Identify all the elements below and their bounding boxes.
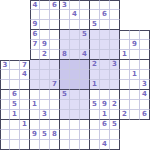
cell-r3c11[interactable] <box>110 30 120 40</box>
cell-r9c2[interactable] <box>20 90 30 100</box>
cell-r4c14[interactable] <box>140 40 150 50</box>
given-digit-r10c9[interactable]: 5 <box>90 100 100 110</box>
cell-r2c14 <box>140 20 150 30</box>
given-digit-r5c12[interactable]: 1 <box>120 50 130 60</box>
cell-r1c1 <box>10 10 20 20</box>
cell-r1c3[interactable] <box>30 10 40 20</box>
cell-r4c12[interactable] <box>120 40 130 50</box>
cell-r6c12[interactable] <box>120 60 130 70</box>
cell-r2c2 <box>20 20 30 30</box>
cell-r12c12 <box>120 120 130 130</box>
cell-r14c0[interactable] <box>0 140 10 150</box>
given-digit-r10c10[interactable]: 9 <box>100 100 110 110</box>
cell-r2c1 <box>10 20 20 30</box>
cell-r14c14 <box>140 140 150 150</box>
cell-r0c10[interactable] <box>100 0 110 10</box>
cell-r13c1[interactable] <box>10 130 20 140</box>
cell-r9c3[interactable] <box>30 90 40 100</box>
cell-r14c13 <box>130 140 140 150</box>
given-digit-r5c4[interactable]: 2 <box>40 50 50 60</box>
cell-r14c12 <box>120 140 130 150</box>
cell-r12c14 <box>140 120 150 130</box>
cell-r2c8[interactable] <box>80 20 90 30</box>
cell-r2c13 <box>130 20 140 30</box>
given-digit-r6c11[interactable]: 3 <box>110 60 120 70</box>
cell-r12c7[interactable] <box>70 120 80 130</box>
cell-r12c1[interactable] <box>10 120 20 130</box>
cell-r10c13[interactable] <box>130 100 140 110</box>
cell-r12c13 <box>130 120 140 130</box>
cell-r11c11[interactable] <box>110 110 120 120</box>
cell-r8c6[interactable] <box>60 80 70 90</box>
cell-r2c7[interactable] <box>70 20 80 30</box>
cell-r5c9[interactable] <box>90 50 100 60</box>
cell-r8c10[interactable] <box>100 80 110 90</box>
cell-r9c11[interactable] <box>110 90 120 100</box>
given-digit-r6c2[interactable]: 7 <box>20 60 30 70</box>
sudoku-puzzle-image: 4634695657992841372341713654515921312616… <box>0 0 150 150</box>
cell-r9c7[interactable] <box>70 90 80 100</box>
cell-r6c1[interactable] <box>10 60 20 70</box>
cell-r10c14[interactable] <box>140 100 150 110</box>
cell-r2c4[interactable] <box>40 20 50 30</box>
cell-r7c11[interactable] <box>110 70 120 80</box>
cell-r0c2 <box>20 0 30 10</box>
given-digit-r3c3[interactable]: 6 <box>30 30 40 40</box>
cell-r8c7[interactable] <box>70 80 80 90</box>
cell-r13c14 <box>140 130 150 140</box>
cell-r12c4[interactable] <box>40 120 50 130</box>
given-digit-r6c0[interactable]: 3 <box>0 60 10 70</box>
cell-r11c7[interactable] <box>70 110 80 120</box>
cell-r1c0 <box>0 10 10 20</box>
cell-r8c4[interactable] <box>40 80 50 90</box>
cell-r1c12 <box>120 10 130 20</box>
cell-r8c11[interactable] <box>110 80 120 90</box>
given-digit-r6c9[interactable]: 2 <box>90 60 100 70</box>
given-digit-r4c13[interactable]: 9 <box>130 40 140 50</box>
cell-r8c1[interactable] <box>10 80 20 90</box>
cell-r9c8[interactable] <box>80 90 90 100</box>
cell-r13c7[interactable] <box>70 130 80 140</box>
cell-r4c2 <box>20 40 30 50</box>
given-digit-r10c1[interactable]: 5 <box>10 100 20 110</box>
given-digit-r2c3[interactable]: 9 <box>30 20 40 30</box>
cell-r14c5[interactable] <box>50 140 60 150</box>
cell-r6c13[interactable] <box>130 60 140 70</box>
cell-r5c0 <box>0 50 10 60</box>
cell-r3c13[interactable] <box>130 30 140 40</box>
given-digit-r12c2[interactable]: 1 <box>20 120 30 130</box>
cell-r9c12[interactable] <box>120 90 130 100</box>
cell-r14c3[interactable] <box>30 140 40 150</box>
cell-r7c0[interactable] <box>0 70 10 80</box>
cell-r3c14[interactable] <box>140 30 150 40</box>
cell-r9c5[interactable] <box>50 90 60 100</box>
cell-r7c14[interactable] <box>140 70 150 80</box>
cell-r5c2 <box>20 50 30 60</box>
cell-r14c2[interactable] <box>20 140 30 150</box>
cell-r3c9[interactable] <box>90 30 100 40</box>
cell-r4c10[interactable] <box>100 40 110 50</box>
cell-r13c8[interactable] <box>80 130 90 140</box>
cell-r11c2[interactable] <box>20 110 30 120</box>
cell-r10c5[interactable] <box>50 100 60 110</box>
cell-r9c13[interactable] <box>130 90 140 100</box>
given-digit-r5c6[interactable]: 8 <box>60 50 70 60</box>
cell-r4c8[interactable] <box>80 40 90 50</box>
cell-r2c0 <box>0 20 10 30</box>
given-digit-r8c14[interactable]: 3 <box>140 80 150 90</box>
given-digit-r11c10[interactable]: 1 <box>100 110 110 120</box>
cell-r10c6[interactable] <box>60 100 70 110</box>
cell-r8c3[interactable] <box>30 80 40 90</box>
given-digit-r11c4[interactable]: 3 <box>40 110 50 120</box>
given-digit-r13c4[interactable]: 5 <box>40 130 50 140</box>
given-digit-r9c14[interactable]: 4 <box>140 90 150 100</box>
cell-r14c6[interactable] <box>60 140 70 150</box>
cell-r5c11[interactable] <box>110 50 120 60</box>
cell-r6c8[interactable] <box>80 60 90 70</box>
cell-r3c10[interactable] <box>100 30 110 40</box>
given-digit-r9c1[interactable]: 6 <box>10 90 20 100</box>
cell-r1c14 <box>140 10 150 20</box>
cell-r11c9[interactable] <box>90 110 100 120</box>
cell-r14c8[interactable] <box>80 140 90 150</box>
cell-r4c9[interactable] <box>90 40 100 50</box>
cell-r8c12[interactable] <box>120 80 130 90</box>
cell-r2c11[interactable] <box>110 20 120 30</box>
given-digit-r13c3[interactable]: 9 <box>30 130 40 140</box>
cell-r9c9[interactable] <box>90 90 100 100</box>
cell-r0c12 <box>120 0 130 10</box>
cell-r5c3[interactable] <box>30 50 40 60</box>
cell-r5c13[interactable] <box>130 50 140 60</box>
cell-r6c5[interactable] <box>50 60 60 70</box>
cell-r8c13[interactable] <box>130 80 140 90</box>
cell-r11c6[interactable] <box>60 110 70 120</box>
cell-r11c13[interactable] <box>130 110 140 120</box>
given-digit-r11c1[interactable]: 1 <box>10 110 20 120</box>
cell-r0c0 <box>0 0 10 10</box>
cell-r13c12 <box>120 130 130 140</box>
cell-r4c5[interactable] <box>50 40 60 50</box>
cell-r11c0[interactable] <box>0 110 10 120</box>
given-digit-r1c7[interactable]: 4 <box>70 10 80 20</box>
cell-r12c6[interactable] <box>60 120 70 130</box>
cell-r11c3[interactable] <box>30 110 40 120</box>
cell-r7c12[interactable] <box>120 70 130 80</box>
given-digit-r7c2[interactable]: 4 <box>20 70 30 80</box>
cell-r3c5[interactable] <box>50 30 60 40</box>
cell-r0c4[interactable] <box>40 0 50 10</box>
given-digit-r13c5[interactable]: 8 <box>50 130 60 140</box>
cell-r7c4[interactable] <box>40 70 50 80</box>
given-digit-r9c6[interactable]: 5 <box>60 90 70 100</box>
cell-r3c0 <box>0 30 10 40</box>
cell-r0c11[interactable] <box>110 0 120 10</box>
given-digit-r14c10[interactable]: 4 <box>100 140 110 150</box>
cell-r11c5[interactable] <box>50 110 60 120</box>
cell-r8c8[interactable] <box>80 80 90 90</box>
cell-r5c10[interactable] <box>100 50 110 60</box>
cell-r0c14 <box>140 0 150 10</box>
given-digit-r0c5[interactable]: 6 <box>50 0 60 10</box>
cell-r0c1 <box>10 0 20 10</box>
cell-r7c8[interactable] <box>80 70 90 80</box>
cell-r4c7[interactable] <box>70 40 80 50</box>
cell-r4c11[interactable] <box>110 40 120 50</box>
cell-r5c14[interactable] <box>140 50 150 60</box>
cell-r5c5[interactable] <box>50 50 60 60</box>
cell-r3c1 <box>10 30 20 40</box>
cell-r5c7[interactable] <box>70 50 80 60</box>
cell-r10c7[interactable] <box>70 100 80 110</box>
cell-r13c9[interactable] <box>90 130 100 140</box>
cell-r3c7[interactable] <box>70 30 80 40</box>
cell-r1c6[interactable] <box>60 10 70 20</box>
cell-r13c6[interactable] <box>60 130 70 140</box>
cell-r7c1[interactable] <box>10 70 20 80</box>
cell-r1c8[interactable] <box>80 10 90 20</box>
cell-r12c3[interactable] <box>30 120 40 130</box>
cell-r10c8[interactable] <box>80 100 90 110</box>
cell-r7c7[interactable] <box>70 70 80 80</box>
cell-r0c7[interactable] <box>70 0 80 10</box>
cell-r9c4[interactable] <box>40 90 50 100</box>
cell-r6c10[interactable] <box>100 60 110 70</box>
given-digit-r0c3[interactable]: 4 <box>30 0 40 10</box>
cell-r6c3[interactable] <box>30 60 40 70</box>
cell-r1c2 <box>20 10 30 20</box>
cell-r4c1 <box>10 40 20 50</box>
cell-r7c6[interactable] <box>60 70 70 80</box>
cell-r8c2[interactable] <box>20 80 30 90</box>
cell-r14c7[interactable] <box>70 140 80 150</box>
given-digit-r8c5[interactable]: 7 <box>50 80 60 90</box>
cell-r4c6[interactable] <box>60 40 70 50</box>
cell-r10c2[interactable] <box>20 100 30 110</box>
cell-r2c10[interactable] <box>100 20 110 30</box>
given-digit-r12c11[interactable]: 5 <box>110 120 120 130</box>
cell-r1c5[interactable] <box>50 10 60 20</box>
given-digit-r12c10[interactable]: 6 <box>100 120 110 130</box>
cell-r14c9[interactable] <box>90 140 100 150</box>
cell-r14c11[interactable] <box>110 140 120 150</box>
cell-r14c1[interactable] <box>10 140 20 150</box>
cell-r7c10[interactable] <box>100 70 110 80</box>
sudoku-board: 4634695657992841372341713654515921312616… <box>0 0 150 150</box>
given-digit-r1c10[interactable]: 6 <box>100 10 110 20</box>
given-digit-r4c3[interactable]: 7 <box>30 40 40 50</box>
given-digit-r7c13[interactable]: 1 <box>130 70 140 80</box>
cell-r1c4[interactable] <box>40 10 50 20</box>
cell-r11c8[interactable] <box>80 110 90 120</box>
cell-r3c12[interactable] <box>120 30 130 40</box>
cell-r5c1 <box>10 50 20 60</box>
cell-r12c5[interactable] <box>50 120 60 130</box>
given-digit-r2c9[interactable]: 5 <box>90 20 100 30</box>
cell-r12c0[interactable] <box>0 120 10 130</box>
cell-r10c0[interactable] <box>0 100 10 110</box>
cell-r13c10[interactable] <box>100 130 110 140</box>
cell-r6c14[interactable] <box>140 60 150 70</box>
cell-r12c8[interactable] <box>80 120 90 130</box>
given-digit-r10c3[interactable]: 1 <box>30 100 40 110</box>
cell-r10c12[interactable] <box>120 100 130 110</box>
cell-r0c8[interactable] <box>80 0 90 10</box>
given-digit-r11c14[interactable]: 6 <box>140 110 150 120</box>
cell-r1c13 <box>130 10 140 20</box>
given-digit-r8c9[interactable]: 1 <box>90 80 100 90</box>
cell-r6c6[interactable] <box>60 60 70 70</box>
cell-r13c0[interactable] <box>0 130 10 140</box>
given-digit-r3c8[interactable]: 5 <box>80 30 90 40</box>
cell-r6c7[interactable] <box>70 60 80 70</box>
given-digit-r11c12[interactable]: 2 <box>120 110 130 120</box>
cell-r4c0 <box>0 40 10 50</box>
cell-r3c2 <box>20 30 30 40</box>
cell-r12c9[interactable] <box>90 120 100 130</box>
cell-r14c4[interactable] <box>40 140 50 150</box>
cell-r8c0[interactable] <box>0 80 10 90</box>
cell-r7c9[interactable] <box>90 70 100 80</box>
cell-r2c12 <box>120 20 130 30</box>
given-digit-r5c8[interactable]: 4 <box>80 50 90 60</box>
cell-r3c4[interactable] <box>40 30 50 40</box>
given-digit-r10c11[interactable]: 2 <box>110 100 120 110</box>
cell-r7c3[interactable] <box>30 70 40 80</box>
cell-r9c10[interactable] <box>100 90 110 100</box>
cell-r0c9[interactable] <box>90 0 100 10</box>
cell-r1c11[interactable] <box>110 10 120 20</box>
cell-r1c9[interactable] <box>90 10 100 20</box>
cell-r7c5[interactable] <box>50 70 60 80</box>
cell-r13c13 <box>130 130 140 140</box>
given-digit-r4c4[interactable]: 9 <box>40 40 50 50</box>
cell-r9c0[interactable] <box>0 90 10 100</box>
given-digit-r0c6[interactable]: 3 <box>60 0 70 10</box>
cell-r3c6[interactable] <box>60 30 70 40</box>
cell-r0c13 <box>130 0 140 10</box>
cell-r13c2[interactable] <box>20 130 30 140</box>
cell-r13c11[interactable] <box>110 130 120 140</box>
cell-r2c6[interactable] <box>60 20 70 30</box>
cell-r2c5[interactable] <box>50 20 60 30</box>
cell-r6c4[interactable] <box>40 60 50 70</box>
cell-r10c4[interactable] <box>40 100 50 110</box>
